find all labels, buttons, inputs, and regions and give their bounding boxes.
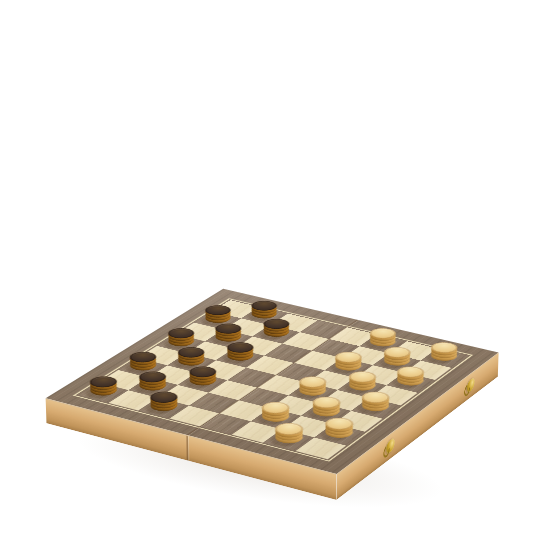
brass-clasp [467,377,475,395]
brass-clasp [386,437,395,456]
product-photo-stage [0,0,533,533]
checker-dark [145,400,182,415]
fold-seam-edge [186,436,188,461]
